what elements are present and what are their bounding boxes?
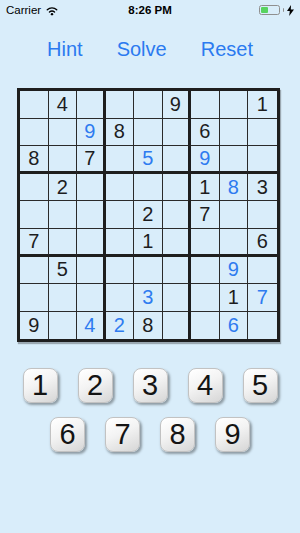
cell-r2c2[interactable]	[49, 119, 78, 147]
battery-icon	[259, 5, 280, 15]
carrier-label: Carrier	[6, 4, 41, 16]
cell-r8c4[interactable]	[106, 284, 135, 312]
cell-r5c2[interactable]	[49, 201, 78, 229]
cell-r1c2[interactable]: 4	[49, 91, 78, 119]
key-6[interactable]: 6	[50, 417, 85, 452]
cell-r2c3[interactable]: 9	[77, 119, 106, 147]
cell-r8c8[interactable]: 1	[220, 284, 249, 312]
cell-r6c1[interactable]: 7	[20, 229, 49, 257]
status-bar: 8:26 PM Carrier	[0, 0, 300, 20]
hint-button[interactable]: Hint	[47, 36, 83, 62]
cell-r3c2[interactable]	[49, 146, 78, 174]
cell-r7c7[interactable]	[191, 257, 220, 285]
cell-r5c6[interactable]	[163, 201, 192, 229]
cell-r7c1[interactable]	[20, 257, 49, 285]
cell-r5c5[interactable]: 2	[134, 201, 163, 229]
key-1[interactable]: 1	[23, 368, 58, 403]
sudoku-board: 49198687592183277165931794286	[17, 88, 280, 342]
cell-r2c7[interactable]: 6	[191, 119, 220, 147]
cell-r3c7[interactable]: 9	[191, 146, 220, 174]
cell-r8c5[interactable]: 3	[134, 284, 163, 312]
reset-button[interactable]: Reset	[201, 36, 253, 62]
cell-r6c8[interactable]	[220, 229, 249, 257]
cell-r3c3[interactable]: 7	[77, 146, 106, 174]
cell-r7c4[interactable]	[106, 257, 135, 285]
cell-r9c8[interactable]: 6	[220, 312, 249, 340]
cell-r3c6[interactable]	[163, 146, 192, 174]
solve-button[interactable]: Solve	[117, 36, 167, 62]
cell-r5c4[interactable]	[106, 201, 135, 229]
cell-r1c1[interactable]	[20, 91, 49, 119]
key-9[interactable]: 9	[215, 417, 250, 452]
cell-r5c8[interactable]	[220, 201, 249, 229]
cell-r6c6[interactable]	[163, 229, 192, 257]
key-2[interactable]: 2	[78, 368, 113, 403]
cell-r9c6[interactable]	[163, 312, 192, 340]
key-7[interactable]: 7	[105, 417, 140, 452]
cell-r2c5[interactable]	[134, 119, 163, 147]
cell-r9c7[interactable]	[191, 312, 220, 340]
cell-r7c3[interactable]	[77, 257, 106, 285]
cell-r4c5[interactable]	[134, 174, 163, 202]
cell-r3c1[interactable]: 8	[20, 146, 49, 174]
cell-r2c9[interactable]	[248, 119, 277, 147]
cell-r5c1[interactable]	[20, 201, 49, 229]
cell-r2c4[interactable]: 8	[106, 119, 135, 147]
cell-r4c1[interactable]	[20, 174, 49, 202]
cell-r4c9[interactable]: 3	[248, 174, 277, 202]
wifi-icon	[45, 5, 59, 16]
cell-r4c8[interactable]: 8	[220, 174, 249, 202]
cell-r3c9[interactable]	[248, 146, 277, 174]
cell-r8c9[interactable]: 7	[248, 284, 277, 312]
battery-nub	[283, 8, 285, 12]
cell-r8c3[interactable]	[77, 284, 106, 312]
cell-r8c6[interactable]	[163, 284, 192, 312]
cell-r7c8[interactable]: 9	[220, 257, 249, 285]
cell-r1c6[interactable]: 9	[163, 91, 192, 119]
keypad-row-1: 1 2 3 4 5	[0, 368, 300, 403]
cell-r5c3[interactable]	[77, 201, 106, 229]
key-8[interactable]: 8	[160, 417, 195, 452]
cell-r4c4[interactable]	[106, 174, 135, 202]
key-4[interactable]: 4	[188, 368, 223, 403]
cell-r6c7[interactable]	[191, 229, 220, 257]
cell-r1c4[interactable]	[106, 91, 135, 119]
cell-r6c4[interactable]	[106, 229, 135, 257]
cell-r8c7[interactable]	[191, 284, 220, 312]
cell-r5c7[interactable]: 7	[191, 201, 220, 229]
cell-r2c8[interactable]	[220, 119, 249, 147]
cell-r4c3[interactable]	[77, 174, 106, 202]
keypad-row-2: 6 7 8 9	[0, 417, 300, 452]
cell-r3c5[interactable]: 5	[134, 146, 163, 174]
cell-r1c7[interactable]	[191, 91, 220, 119]
cell-r3c4[interactable]	[106, 146, 135, 174]
cell-r9c1[interactable]: 9	[20, 312, 49, 340]
cell-r1c8[interactable]	[220, 91, 249, 119]
cell-r7c6[interactable]	[163, 257, 192, 285]
cell-r9c2[interactable]	[49, 312, 78, 340]
cell-r7c2[interactable]: 5	[49, 257, 78, 285]
key-3[interactable]: 3	[133, 368, 168, 403]
cell-r8c2[interactable]	[49, 284, 78, 312]
cell-r9c4[interactable]: 2	[106, 312, 135, 340]
cell-r6c3[interactable]	[77, 229, 106, 257]
cell-r1c9[interactable]: 1	[248, 91, 277, 119]
cell-r1c5[interactable]	[134, 91, 163, 119]
cell-r7c9[interactable]	[248, 257, 277, 285]
cell-r3c8[interactable]	[220, 146, 249, 174]
cell-r5c9[interactable]	[248, 201, 277, 229]
cell-r9c9[interactable]	[248, 312, 277, 340]
cell-r4c6[interactable]	[163, 174, 192, 202]
cell-r6c9[interactable]: 6	[248, 229, 277, 257]
cell-r6c5[interactable]: 1	[134, 229, 163, 257]
cell-r4c7[interactable]: 1	[191, 174, 220, 202]
cell-r9c3[interactable]: 4	[77, 312, 106, 340]
cell-r7c5[interactable]	[134, 257, 163, 285]
cell-r2c6[interactable]	[163, 119, 192, 147]
cell-r2c1[interactable]	[20, 119, 49, 147]
cell-r1c3[interactable]	[77, 91, 106, 119]
cell-r9c5[interactable]: 8	[134, 312, 163, 340]
cell-r4c2[interactable]: 2	[49, 174, 78, 202]
charging-bolt-icon	[287, 5, 294, 16]
toolbar: Hint Solve Reset	[0, 36, 300, 62]
cell-r6c2[interactable]	[49, 229, 78, 257]
cell-r8c1[interactable]	[20, 284, 49, 312]
key-5[interactable]: 5	[243, 368, 278, 403]
